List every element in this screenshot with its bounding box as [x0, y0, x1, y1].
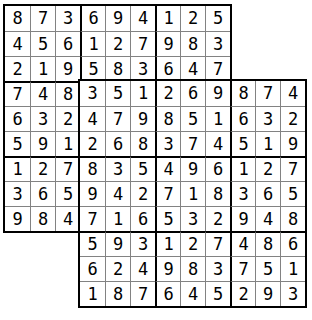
sudoku-cell-g1-r2c2[interactable]: 5: [30, 31, 55, 56]
sudoku-cell-g2-r5c6[interactable]: 8: [205, 181, 230, 206]
sudoku-cell-g2-r1c5[interactable]: 6: [180, 81, 205, 106]
sudoku-cell-g2-r2c6[interactable]: 1: [205, 106, 230, 131]
sudoku-cell-g2-r8c5[interactable]: 8: [180, 256, 205, 281]
sudoku-cell-g2-r4c1[interactable]: 8: [80, 156, 105, 181]
sudoku-cell-g2-r3c3[interactable]: 8: [130, 131, 155, 156]
sudoku-cell-g2-r3c7[interactable]: 5: [230, 131, 255, 156]
sudoku-cell-g1-r2c7[interactable]: 9: [155, 31, 180, 56]
sudoku-cell-g1-r2c8[interactable]: 8: [180, 31, 205, 56]
sudoku-cell-g2-r9c9[interactable]: 3: [280, 281, 305, 306]
sudoku-cell-g2-r3c2[interactable]: 6: [105, 131, 130, 156]
sudoku-cell-g1-r3c2[interactable]: 1: [30, 56, 55, 81]
sudoku-cell-g2-r4c9[interactable]: 7: [280, 156, 305, 181]
sudoku-cell-g2-r4c3[interactable]: 5: [130, 156, 155, 181]
sudoku-cell-g2-r6c8[interactable]: 4: [255, 206, 280, 231]
sudoku-cell-g1-r2c9[interactable]: 3: [205, 31, 230, 56]
sudoku-cell-g1-r6c3[interactable]: 1: [55, 131, 80, 156]
sudoku-cell-g2-r8c9[interactable]: 1: [280, 256, 305, 281]
sudoku-cell-g1-r1c5[interactable]: 9: [105, 6, 130, 31]
sudoku-cell-g1-r3c1[interactable]: 2: [5, 56, 30, 81]
sudoku-cell-g1-r4c1[interactable]: 7: [5, 81, 30, 106]
sudoku-cell-g1-r9c3[interactable]: 4: [55, 206, 80, 231]
sudoku-cell-g1-r1c4[interactable]: 6: [80, 6, 105, 31]
sudoku-cell-g2-r5c8[interactable]: 6: [255, 181, 280, 206]
sudoku-cell-g1-r5c1[interactable]: 6: [5, 106, 30, 131]
sudoku-cell-g1-r6c2[interactable]: 9: [30, 131, 55, 156]
sudoku-cell-g1-r2c4[interactable]: 1: [80, 31, 105, 56]
sudoku-cell-g2-r7c7[interactable]: 4: [230, 231, 255, 256]
sudoku-cell-g2-r7c2[interactable]: 9: [105, 231, 130, 256]
sudoku-cell-g2-r6c7[interactable]: 9: [230, 206, 255, 231]
sudoku-cell-g1-r8c3[interactable]: 5: [55, 181, 80, 206]
sudoku-cell-g2-r9c2[interactable]: 8: [105, 281, 130, 306]
sudoku-cell-g2-r3c5[interactable]: 7: [180, 131, 205, 156]
sudoku-cell-g2-r2c2[interactable]: 7: [105, 106, 130, 131]
sudoku-cell-g1-r3c9[interactable]: 7: [205, 56, 230, 81]
sudoku-cell-g1-r2c1[interactable]: 4: [5, 31, 30, 56]
sudoku-cell-g2-r6c9[interactable]: 8: [280, 206, 305, 231]
sudoku-cell-g2-r6c4[interactable]: 5: [155, 206, 180, 231]
sudoku-cell-g1-r1c1[interactable]: 8: [5, 6, 30, 31]
sudoku-cell-g2-r9c4[interactable]: 6: [155, 281, 180, 306]
sudoku-cell-g1-r2c5[interactable]: 2: [105, 31, 130, 56]
sudoku-cell-g2-r1c4[interactable]: 2: [155, 81, 180, 106]
sudoku-cell-g1-r2c3[interactable]: 6: [55, 31, 80, 56]
sudoku-cell-g1-r3c3[interactable]: 9: [55, 56, 80, 81]
sudoku-cell-g2-r4c5[interactable]: 9: [180, 156, 205, 181]
sudoku-cell-g2-r8c8[interactable]: 5: [255, 256, 280, 281]
sudoku-cell-g2-r4c8[interactable]: 2: [255, 156, 280, 181]
sudoku-cell-g2-r8c6[interactable]: 3: [205, 256, 230, 281]
sudoku-cell-g2-r2c1[interactable]: 4: [80, 106, 105, 131]
sudoku-cell-g2-r7c1[interactable]: 5: [80, 231, 105, 256]
sudoku-cell-g1-r8c2[interactable]: 6: [30, 181, 55, 206]
sudoku-cell-g1-r1c8[interactable]: 2: [180, 6, 205, 31]
sudoku-cell-g2-r8c3[interactable]: 4: [130, 256, 155, 281]
sudoku-cell-g1-r2c6[interactable]: 7: [130, 31, 155, 56]
sudoku-cell-g2-r5c4[interactable]: 7: [155, 181, 180, 206]
sudoku-cell-g2-r1c8[interactable]: 7: [255, 81, 280, 106]
sudoku-cell-g2-r3c9[interactable]: 9: [280, 131, 305, 156]
sudoku-cell-g2-r5c2[interactable]: 4: [105, 181, 130, 206]
sudoku-cell-g2-r2c5[interactable]: 5: [180, 106, 205, 131]
sudoku-cell-g2-r6c6[interactable]: 2: [205, 206, 230, 231]
sudoku-cell-g2-r1c3[interactable]: 1: [130, 81, 155, 106]
sudoku-cell-g2-r5c3[interactable]: 2: [130, 181, 155, 206]
sudoku-cell-g2-r3c4[interactable]: 3: [155, 131, 180, 156]
sudoku-cell-g2-r5c1[interactable]: 9: [80, 181, 105, 206]
sudoku-cell-g2-r9c3[interactable]: 7: [130, 281, 155, 306]
sudoku-cell-g2-r2c8[interactable]: 3: [255, 106, 280, 131]
sudoku-cell-g1-r9c2[interactable]: 8: [30, 206, 55, 231]
sudoku-cell-g2-r7c4[interactable]: 1: [155, 231, 180, 256]
sudoku-cell-g1-r7c2[interactable]: 2: [30, 156, 55, 181]
sudoku-cell-g2-r9c8[interactable]: 9: [255, 281, 280, 306]
sudoku-cell-g1-r5c2[interactable]: 3: [30, 106, 55, 131]
sudoku-cell-g1-r3c6[interactable]: 3: [130, 56, 155, 81]
sudoku-cell-g2-r2c9[interactable]: 2: [280, 106, 305, 131]
sudoku-cell-g1-r9c1[interactable]: 9: [5, 206, 30, 231]
sudoku-cell-g1-r1c2[interactable]: 7: [30, 6, 55, 31]
sudoku-cell-g2-r2c3[interactable]: 9: [130, 106, 155, 131]
sudoku-cell-g2-r7c9[interactable]: 6: [280, 231, 305, 256]
sudoku-cell-g1-r4c2[interactable]: 4: [30, 81, 55, 106]
sudoku-cell-g1-r1c7[interactable]: 1: [155, 6, 180, 31]
sudoku-cell-g1-r4c3[interactable]: 8: [55, 81, 80, 106]
sudoku-cell-g1-r1c6[interactable]: 4: [130, 6, 155, 31]
sudoku-cell-g2-r2c4[interactable]: 8: [155, 106, 180, 131]
sudoku-cell-g1-r3c4[interactable]: 5: [80, 56, 105, 81]
sudoku-cell-g2-r8c1[interactable]: 6: [80, 256, 105, 281]
sudoku-cell-g2-r3c8[interactable]: 1: [255, 131, 280, 156]
sudoku-cell-g2-r1c7[interactable]: 8: [230, 81, 255, 106]
sudoku-cell-g2-r7c8[interactable]: 8: [255, 231, 280, 256]
sudoku-cell-g2-r1c1[interactable]: 3: [80, 81, 105, 106]
sudoku-cell-g2-r7c3[interactable]: 3: [130, 231, 155, 256]
sudoku-cell-g2-r7c5[interactable]: 2: [180, 231, 205, 256]
sudoku-cell-g2-r2c7[interactable]: 6: [230, 106, 255, 131]
sudoku-cell-g1-r7c3[interactable]: 7: [55, 156, 80, 181]
sudoku-cell-g2-r5c7[interactable]: 3: [230, 181, 255, 206]
sudoku-cell-g2-r1c2[interactable]: 5: [105, 81, 130, 106]
sudoku-cell-g2-r3c6[interactable]: 4: [205, 131, 230, 156]
sudoku-cell-g2-r3c1[interactable]: 2: [80, 131, 105, 156]
sudoku-cell-g2-r8c7[interactable]: 7: [230, 256, 255, 281]
sudoku-cell-g2-r5c5[interactable]: 1: [180, 181, 205, 206]
sudoku-cell-g1-r3c8[interactable]: 4: [180, 56, 205, 81]
sudoku-cell-g1-r6c1[interactable]: 5: [5, 131, 30, 156]
sudoku-cell-g1-r3c7[interactable]: 6: [155, 56, 180, 81]
sudoku-cell-g1-r1c9[interactable]: 5: [205, 6, 230, 31]
sudoku-grid-2: 3512698744798516322683745198354961279427…: [78, 79, 307, 308]
sudoku-cell-g2-r7c6[interactable]: 7: [205, 231, 230, 256]
sudoku-cell-g2-r6c1[interactable]: 7: [80, 206, 105, 231]
sudoku-cell-g1-r8c1[interactable]: 3: [5, 181, 30, 206]
sudoku-cell-g2-r9c7[interactable]: 2: [230, 281, 255, 306]
sudoku-cell-g2-r9c5[interactable]: 4: [180, 281, 205, 306]
sudoku-cell-g2-r6c2[interactable]: 1: [105, 206, 130, 231]
sudoku-cell-g2-r1c9[interactable]: 4: [280, 81, 305, 106]
sudoku-cell-g2-r4c6[interactable]: 6: [205, 156, 230, 181]
sudoku-cell-g2-r9c1[interactable]: 1: [80, 281, 105, 306]
sudoku-cell-g1-r3c5[interactable]: 8: [105, 56, 130, 81]
sudoku-cell-g2-r9c6[interactable]: 5: [205, 281, 230, 306]
sudoku-board: 8736941254561279832195836477483512696324…: [0, 0, 312, 320]
sudoku-cell-g2-r4c4[interactable]: 4: [155, 156, 180, 181]
sudoku-cell-g1-r5c3[interactable]: 2: [55, 106, 80, 131]
sudoku-cell-g1-r1c3[interactable]: 3: [55, 6, 80, 31]
sudoku-cell-g2-r4c2[interactable]: 3: [105, 156, 130, 181]
sudoku-cell-g2-r8c4[interactable]: 9: [155, 256, 180, 281]
sudoku-cell-g2-r5c9[interactable]: 5: [280, 181, 305, 206]
sudoku-cell-g2-r8c2[interactable]: 2: [105, 256, 130, 281]
sudoku-cell-g2-r6c3[interactable]: 6: [130, 206, 155, 231]
sudoku-cell-g1-r7c1[interactable]: 1: [5, 156, 30, 181]
sudoku-cell-g2-r6c5[interactable]: 3: [180, 206, 205, 231]
sudoku-cell-g2-r1c6[interactable]: 9: [205, 81, 230, 106]
sudoku-cell-g2-r4c7[interactable]: 1: [230, 156, 255, 181]
